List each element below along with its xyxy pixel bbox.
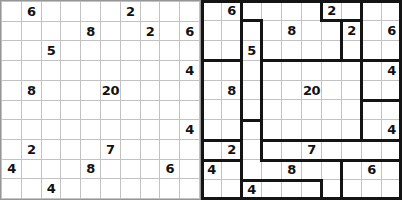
empty-cell[interactable] xyxy=(180,179,200,199)
empty-cell[interactable] xyxy=(322,120,342,140)
empty-cell[interactable] xyxy=(141,140,161,160)
empty-cell[interactable] xyxy=(382,160,402,180)
empty-cell[interactable] xyxy=(2,81,22,101)
empty-cell[interactable] xyxy=(22,22,42,42)
empty-cell[interactable] xyxy=(302,160,322,180)
empty-cell[interactable] xyxy=(141,61,161,81)
empty-cell[interactable] xyxy=(242,61,262,81)
empty-cell[interactable] xyxy=(322,41,342,61)
empty-cell[interactable] xyxy=(121,22,141,42)
empty-cell[interactable] xyxy=(242,1,262,21)
clue-cell[interactable]: 2 xyxy=(141,22,161,42)
empty-cell[interactable] xyxy=(180,101,200,121)
clue-cell[interactable]: 8 xyxy=(22,81,42,101)
empty-cell[interactable] xyxy=(2,179,22,199)
empty-cell[interactable] xyxy=(362,100,382,120)
empty-cell[interactable] xyxy=(222,180,242,200)
empty-cell[interactable] xyxy=(262,1,282,21)
empty-cell[interactable] xyxy=(22,101,42,121)
empty-cell[interactable] xyxy=(202,140,222,160)
clue-cell[interactable]: 7 xyxy=(101,140,121,160)
empty-cell[interactable] xyxy=(322,140,342,160)
empty-cell[interactable] xyxy=(180,81,200,101)
clue-cell[interactable]: 4 xyxy=(382,61,402,81)
empty-cell[interactable] xyxy=(382,100,402,120)
empty-cell[interactable] xyxy=(382,41,402,61)
empty-cell[interactable] xyxy=(61,81,81,101)
empty-cell[interactable] xyxy=(61,140,81,160)
empty-cell[interactable] xyxy=(282,61,302,81)
empty-cell[interactable] xyxy=(101,2,121,22)
empty-cell[interactable] xyxy=(121,160,141,180)
empty-cell[interactable] xyxy=(202,120,222,140)
clue-cell[interactable]: 4 xyxy=(2,160,22,180)
clue-cell[interactable]: 6 xyxy=(180,22,200,42)
empty-cell[interactable] xyxy=(342,81,362,101)
empty-cell[interactable] xyxy=(81,140,101,160)
empty-cell[interactable] xyxy=(160,101,180,121)
empty-cell[interactable] xyxy=(160,120,180,140)
empty-cell[interactable] xyxy=(141,120,161,140)
empty-cell[interactable] xyxy=(222,41,242,61)
clue-cell[interactable]: 5 xyxy=(242,41,262,61)
clue-cell[interactable]: 8 xyxy=(81,22,101,42)
empty-cell[interactable] xyxy=(322,61,342,81)
empty-cell[interactable] xyxy=(101,41,121,61)
empty-cell[interactable] xyxy=(61,61,81,81)
empty-cell[interactable] xyxy=(342,180,362,200)
empty-cell[interactable] xyxy=(22,41,42,61)
empty-cell[interactable] xyxy=(42,22,62,42)
empty-cell[interactable] xyxy=(81,41,101,61)
clue-cell[interactable]: 20 xyxy=(101,81,121,101)
empty-cell[interactable] xyxy=(81,101,101,121)
empty-cell[interactable] xyxy=(282,100,302,120)
empty-cell[interactable] xyxy=(282,81,302,101)
empty-cell[interactable] xyxy=(202,61,222,81)
empty-cell[interactable] xyxy=(302,100,322,120)
empty-cell[interactable] xyxy=(180,140,200,160)
puzzle-board-cells: 62826548204274864 xyxy=(1,1,200,199)
empty-cell[interactable] xyxy=(121,81,141,101)
empty-cell[interactable] xyxy=(121,61,141,81)
empty-cell[interactable] xyxy=(262,61,282,81)
empty-cell[interactable] xyxy=(222,100,242,120)
empty-cell[interactable] xyxy=(2,41,22,61)
empty-cell[interactable] xyxy=(121,41,141,61)
empty-cell[interactable] xyxy=(262,120,282,140)
empty-cell[interactable] xyxy=(342,100,362,120)
empty-cell[interactable] xyxy=(382,81,402,101)
empty-cell[interactable] xyxy=(302,41,322,61)
empty-cell[interactable] xyxy=(81,2,101,22)
empty-cell[interactable] xyxy=(362,61,382,81)
empty-cell[interactable] xyxy=(302,120,322,140)
empty-cell[interactable] xyxy=(202,100,222,120)
empty-cell[interactable] xyxy=(262,140,282,160)
empty-cell[interactable] xyxy=(101,61,121,81)
empty-cell[interactable] xyxy=(262,21,282,41)
empty-cell[interactable] xyxy=(180,2,200,22)
empty-cell[interactable] xyxy=(262,100,282,120)
empty-cell[interactable] xyxy=(101,22,121,42)
empty-cell[interactable] xyxy=(342,120,362,140)
empty-cell[interactable] xyxy=(81,61,101,81)
empty-cell[interactable] xyxy=(101,120,121,140)
clue-cell[interactable]: 8 xyxy=(81,160,101,180)
clue-cell[interactable]: 5 xyxy=(42,41,62,61)
empty-cell[interactable] xyxy=(242,81,262,101)
empty-cell[interactable] xyxy=(342,1,362,21)
empty-cell[interactable] xyxy=(342,41,362,61)
empty-cell[interactable] xyxy=(202,81,222,101)
empty-cell[interactable] xyxy=(222,120,242,140)
clue-cell[interactable]: 6 xyxy=(382,21,402,41)
empty-cell[interactable] xyxy=(81,120,101,140)
clue-cell[interactable]: 4 xyxy=(202,160,222,180)
empty-cell[interactable] xyxy=(81,179,101,199)
empty-cell[interactable] xyxy=(2,22,22,42)
empty-cell[interactable] xyxy=(42,140,62,160)
empty-cell[interactable] xyxy=(282,1,302,21)
clue-cell[interactable]: 6 xyxy=(362,160,382,180)
clue-cell[interactable]: 2 xyxy=(322,1,342,21)
empty-cell[interactable] xyxy=(141,2,161,22)
empty-cell[interactable] xyxy=(42,61,62,81)
empty-cell[interactable] xyxy=(2,61,22,81)
empty-cell[interactable] xyxy=(101,160,121,180)
empty-cell[interactable] xyxy=(322,21,342,41)
empty-cell[interactable] xyxy=(242,100,262,120)
empty-cell[interactable] xyxy=(160,61,180,81)
shikaku-puzzle-pair: 62826548204274864 62826548204274864 xyxy=(0,0,402,200)
empty-cell[interactable] xyxy=(202,21,222,41)
empty-cell[interactable] xyxy=(22,160,42,180)
clue-cell[interactable]: 8 xyxy=(222,81,242,101)
empty-cell[interactable] xyxy=(242,120,262,140)
empty-cell[interactable] xyxy=(160,81,180,101)
empty-cell[interactable] xyxy=(61,41,81,61)
empty-cell[interactable] xyxy=(42,81,62,101)
clue-cell[interactable]: 6 xyxy=(160,160,180,180)
empty-cell[interactable] xyxy=(362,41,382,61)
empty-cell[interactable] xyxy=(81,81,101,101)
empty-cell[interactable] xyxy=(121,179,141,199)
empty-cell[interactable] xyxy=(342,160,362,180)
empty-cell[interactable] xyxy=(61,22,81,42)
empty-cell[interactable] xyxy=(22,120,42,140)
empty-cell[interactable] xyxy=(362,1,382,21)
empty-cell[interactable] xyxy=(202,1,222,21)
empty-cell[interactable] xyxy=(282,180,302,200)
empty-cell[interactable] xyxy=(160,22,180,42)
empty-cell[interactable] xyxy=(61,179,81,199)
empty-cell[interactable] xyxy=(362,120,382,140)
clue-cell[interactable]: 2 xyxy=(222,140,242,160)
empty-cell[interactable] xyxy=(42,120,62,140)
empty-cell[interactable] xyxy=(42,101,62,121)
empty-cell[interactable] xyxy=(342,140,362,160)
empty-cell[interactable] xyxy=(202,180,222,200)
empty-cell[interactable] xyxy=(180,41,200,61)
clue-cell[interactable]: 6 xyxy=(222,1,242,21)
puzzle-board[interactable]: 62826548204274864 xyxy=(0,0,201,200)
empty-cell[interactable] xyxy=(101,179,121,199)
empty-cell[interactable] xyxy=(61,2,81,22)
clue-cell[interactable]: 2 xyxy=(342,21,362,41)
clue-cell[interactable]: 2 xyxy=(22,140,42,160)
empty-cell[interactable] xyxy=(101,101,121,121)
clue-cell[interactable]: 4 xyxy=(180,61,200,81)
empty-cell[interactable] xyxy=(382,1,402,21)
empty-cell[interactable] xyxy=(382,140,402,160)
empty-cell[interactable] xyxy=(160,2,180,22)
empty-cell[interactable] xyxy=(141,101,161,121)
empty-cell[interactable] xyxy=(2,120,22,140)
empty-cell[interactable] xyxy=(2,2,22,22)
empty-cell[interactable] xyxy=(282,140,302,160)
clue-cell[interactable]: 2 xyxy=(121,2,141,22)
clue-cell[interactable]: 4 xyxy=(382,120,402,140)
solution-board[interactable]: 62826548204274864 xyxy=(201,0,402,200)
empty-cell[interactable] xyxy=(282,41,302,61)
empty-cell[interactable] xyxy=(141,160,161,180)
clue-cell[interactable]: 20 xyxy=(302,81,322,101)
empty-cell[interactable] xyxy=(121,140,141,160)
empty-cell[interactable] xyxy=(202,41,222,61)
empty-cell[interactable] xyxy=(262,160,282,180)
empty-cell[interactable] xyxy=(160,179,180,199)
empty-cell[interactable] xyxy=(302,61,322,81)
clue-cell[interactable]: 4 xyxy=(42,179,62,199)
empty-cell[interactable] xyxy=(2,140,22,160)
clue-cell[interactable]: 4 xyxy=(180,120,200,140)
empty-cell[interactable] xyxy=(362,140,382,160)
empty-cell[interactable] xyxy=(22,179,42,199)
empty-cell[interactable] xyxy=(61,160,81,180)
clue-cell[interactable]: 8 xyxy=(282,21,302,41)
empty-cell[interactable] xyxy=(262,41,282,61)
empty-cell[interactable] xyxy=(382,180,402,200)
empty-cell[interactable] xyxy=(242,160,262,180)
empty-cell[interactable] xyxy=(22,61,42,81)
empty-cell[interactable] xyxy=(242,140,262,160)
empty-cell[interactable] xyxy=(242,21,262,41)
empty-cell[interactable] xyxy=(141,179,161,199)
empty-cell[interactable] xyxy=(262,81,282,101)
clue-cell[interactable]: 7 xyxy=(302,140,322,160)
empty-cell[interactable] xyxy=(302,180,322,200)
empty-cell[interactable] xyxy=(302,1,322,21)
empty-cell[interactable] xyxy=(121,120,141,140)
empty-cell[interactable] xyxy=(322,81,342,101)
empty-cell[interactable] xyxy=(282,120,302,140)
empty-cell[interactable] xyxy=(180,160,200,180)
empty-cell[interactable] xyxy=(362,180,382,200)
empty-cell[interactable] xyxy=(322,160,342,180)
empty-cell[interactable] xyxy=(262,180,282,200)
empty-cell[interactable] xyxy=(2,101,22,121)
empty-cell[interactable] xyxy=(160,140,180,160)
empty-cell[interactable] xyxy=(322,180,342,200)
empty-cell[interactable] xyxy=(302,21,322,41)
empty-cell[interactable] xyxy=(362,81,382,101)
empty-cell[interactable] xyxy=(42,2,62,22)
empty-cell[interactable] xyxy=(61,120,81,140)
clue-cell[interactable]: 4 xyxy=(242,180,262,200)
empty-cell[interactable] xyxy=(222,61,242,81)
empty-cell[interactable] xyxy=(222,160,242,180)
empty-cell[interactable] xyxy=(141,41,161,61)
empty-cell[interactable] xyxy=(222,21,242,41)
solution-board-cells: 62826548204274864 xyxy=(201,0,402,200)
clue-cell[interactable]: 6 xyxy=(22,2,42,22)
empty-cell[interactable] xyxy=(342,61,362,81)
empty-cell[interactable] xyxy=(160,41,180,61)
empty-cell[interactable] xyxy=(362,21,382,41)
empty-cell[interactable] xyxy=(42,160,62,180)
empty-cell[interactable] xyxy=(322,100,342,120)
clue-cell[interactable]: 8 xyxy=(282,160,302,180)
empty-cell[interactable] xyxy=(61,101,81,121)
empty-cell[interactable] xyxy=(141,81,161,101)
empty-cell[interactable] xyxy=(121,101,141,121)
